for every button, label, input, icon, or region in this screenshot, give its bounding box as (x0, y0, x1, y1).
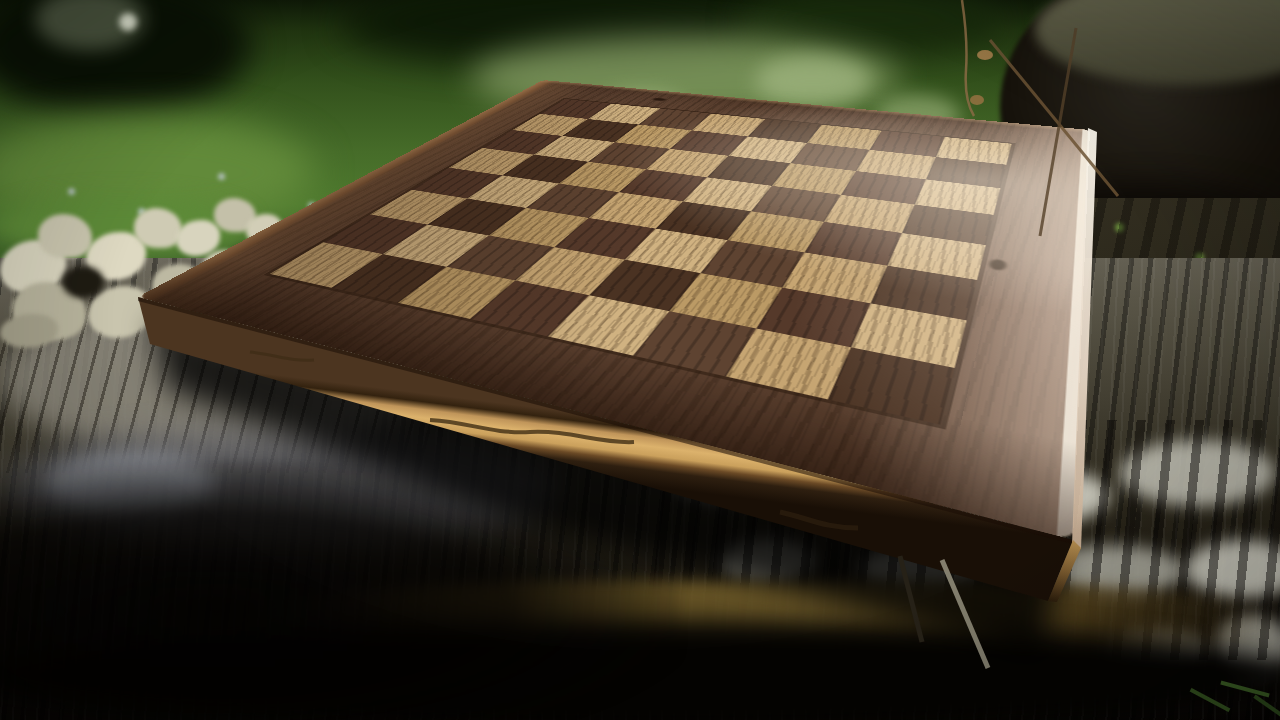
dandelion-puff (119, 13, 137, 31)
fungus-lobe (134, 208, 182, 248)
fungus-lobe (38, 214, 92, 258)
bokeh-highlight (755, 55, 870, 107)
outdoor-chessboard-photo (0, 0, 1280, 720)
wildflower-dot (218, 173, 225, 180)
fungus-shadow-gap (62, 266, 104, 298)
fungus-lobe (0, 314, 58, 348)
under-board-shadow-area (0, 460, 680, 720)
fungus-lobe (176, 220, 220, 256)
grass-blade (1253, 694, 1280, 719)
